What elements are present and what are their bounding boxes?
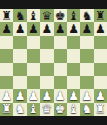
square-d5[interactable] [40, 49, 53, 62]
square-a7[interactable]: ♟ [0, 22, 13, 35]
square-h1[interactable]: ♜ [94, 103, 107, 116]
white-pawn: ♟ [82, 90, 93, 102]
square-c7[interactable]: ♟ [27, 22, 40, 35]
square-h2[interactable]: ♟ [94, 89, 107, 102]
square-f3[interactable] [67, 76, 80, 89]
black-bishop: ♝ [68, 10, 79, 22]
black-knight: ♞ [15, 10, 26, 22]
square-g1[interactable]: ♞ [80, 103, 93, 116]
black-rook: ♜ [1, 10, 12, 22]
square-e2[interactable]: ♟ [54, 89, 67, 102]
white-pawn: ♟ [41, 90, 52, 102]
white-pawn: ♟ [68, 90, 79, 102]
square-h8[interactable]: ♜ [94, 9, 107, 22]
square-f4[interactable] [67, 63, 80, 76]
bottom-bar [0, 116, 107, 125]
square-b7[interactable]: ♟ [13, 22, 26, 35]
square-c6[interactable] [27, 36, 40, 49]
square-f7[interactable]: ♟ [67, 22, 80, 35]
square-a5[interactable] [0, 49, 13, 62]
chess-app-window: ♜♞♝♛♚♝♞♜♟♟♟♟♟♟♟♟♟♟♟♟♟♟♟♟♜♞♝♛♚♝♞♜ [0, 0, 107, 125]
square-e1[interactable]: ♚ [54, 103, 67, 116]
white-rook: ♜ [95, 103, 106, 115]
square-b8[interactable]: ♞ [13, 9, 26, 22]
square-c3[interactable] [27, 76, 40, 89]
square-c1[interactable]: ♝ [27, 103, 40, 116]
black-pawn: ♟ [82, 23, 93, 35]
black-king: ♚ [55, 10, 66, 22]
square-h4[interactable] [94, 63, 107, 76]
square-e3[interactable] [54, 76, 67, 89]
black-bishop: ♝ [28, 10, 39, 22]
white-pawn: ♟ [28, 90, 39, 102]
black-rook: ♜ [95, 10, 106, 22]
square-g8[interactable]: ♞ [80, 9, 93, 22]
square-c8[interactable]: ♝ [27, 9, 40, 22]
square-b6[interactable] [13, 36, 26, 49]
square-h3[interactable] [94, 76, 107, 89]
white-knight: ♞ [82, 103, 93, 115]
square-g4[interactable] [80, 63, 93, 76]
top-bar [0, 0, 107, 9]
white-pawn: ♟ [1, 90, 12, 102]
square-h5[interactable] [94, 49, 107, 62]
chess-board: ♜♞♝♛♚♝♞♜♟♟♟♟♟♟♟♟♟♟♟♟♟♟♟♟♜♞♝♛♚♝♞♜ [0, 9, 107, 116]
square-g6[interactable] [80, 36, 93, 49]
square-d1[interactable]: ♛ [40, 103, 53, 116]
square-a6[interactable] [0, 36, 13, 49]
white-king: ♚ [55, 103, 66, 115]
black-pawn: ♟ [68, 23, 79, 35]
square-f2[interactable]: ♟ [67, 89, 80, 102]
square-d2[interactable]: ♟ [40, 89, 53, 102]
square-c2[interactable]: ♟ [27, 89, 40, 102]
white-bishop: ♝ [68, 103, 79, 115]
black-pawn: ♟ [15, 23, 26, 35]
square-b1[interactable]: ♞ [13, 103, 26, 116]
black-pawn: ♟ [55, 23, 66, 35]
square-f5[interactable] [67, 49, 80, 62]
square-a4[interactable] [0, 63, 13, 76]
square-b3[interactable] [13, 76, 26, 89]
black-pawn: ♟ [95, 23, 106, 35]
square-h7[interactable]: ♟ [94, 22, 107, 35]
square-e6[interactable] [54, 36, 67, 49]
square-b4[interactable] [13, 63, 26, 76]
square-a8[interactable]: ♜ [0, 9, 13, 22]
square-c5[interactable] [27, 49, 40, 62]
square-b2[interactable]: ♟ [13, 89, 26, 102]
square-h6[interactable] [94, 36, 107, 49]
square-c4[interactable] [27, 63, 40, 76]
white-pawn: ♟ [55, 90, 66, 102]
square-g5[interactable] [80, 49, 93, 62]
square-a3[interactable] [0, 76, 13, 89]
black-queen: ♛ [41, 10, 52, 22]
square-g7[interactable]: ♟ [80, 22, 93, 35]
square-d6[interactable] [40, 36, 53, 49]
square-b5[interactable] [13, 49, 26, 62]
square-d4[interactable] [40, 63, 53, 76]
square-f6[interactable] [67, 36, 80, 49]
square-g2[interactable]: ♟ [80, 89, 93, 102]
square-e8[interactable]: ♚ [54, 9, 67, 22]
white-bishop: ♝ [28, 103, 39, 115]
square-g3[interactable] [80, 76, 93, 89]
black-pawn: ♟ [28, 23, 39, 35]
square-e7[interactable]: ♟ [54, 22, 67, 35]
white-rook: ♜ [1, 103, 12, 115]
square-d3[interactable] [40, 76, 53, 89]
black-knight: ♞ [82, 10, 93, 22]
white-pawn: ♟ [15, 90, 26, 102]
white-queen: ♛ [41, 103, 52, 115]
white-knight: ♞ [15, 103, 26, 115]
square-e5[interactable] [54, 49, 67, 62]
square-a1[interactable]: ♜ [0, 103, 13, 116]
black-pawn: ♟ [1, 23, 12, 35]
square-d7[interactable]: ♟ [40, 22, 53, 35]
square-e4[interactable] [54, 63, 67, 76]
square-f1[interactable]: ♝ [67, 103, 80, 116]
black-pawn: ♟ [41, 23, 52, 35]
square-a2[interactable]: ♟ [0, 89, 13, 102]
white-pawn: ♟ [95, 90, 106, 102]
square-d8[interactable]: ♛ [40, 9, 53, 22]
square-f8[interactable]: ♝ [67, 9, 80, 22]
